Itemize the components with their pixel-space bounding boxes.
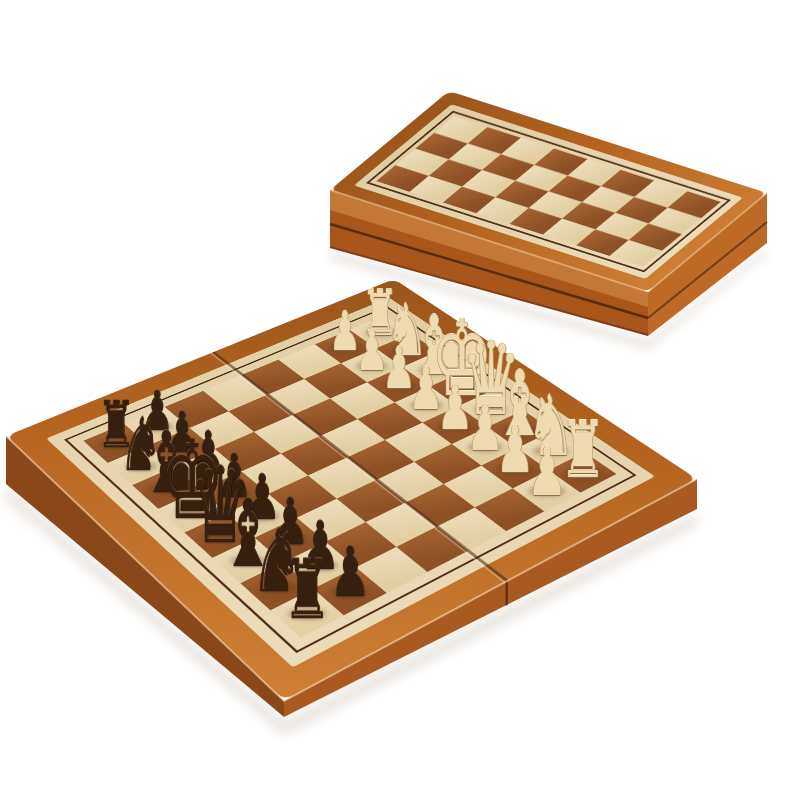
piece-white-pawn: ♟ (527, 439, 567, 506)
chess-pieces-layer: ♜♟♞♟♝♟♚♟♛♟♟♝♜♟♟♞♞♟♟♜♝♟♟♚♟♛♟♝♟♞♟♜ (0, 0, 800, 800)
piece-black-pawn: ♟ (330, 538, 371, 607)
piece-black-rook: ♜ (283, 549, 332, 631)
chess-set-product-photo: Product photo of a folding wooden chess … (0, 0, 800, 800)
